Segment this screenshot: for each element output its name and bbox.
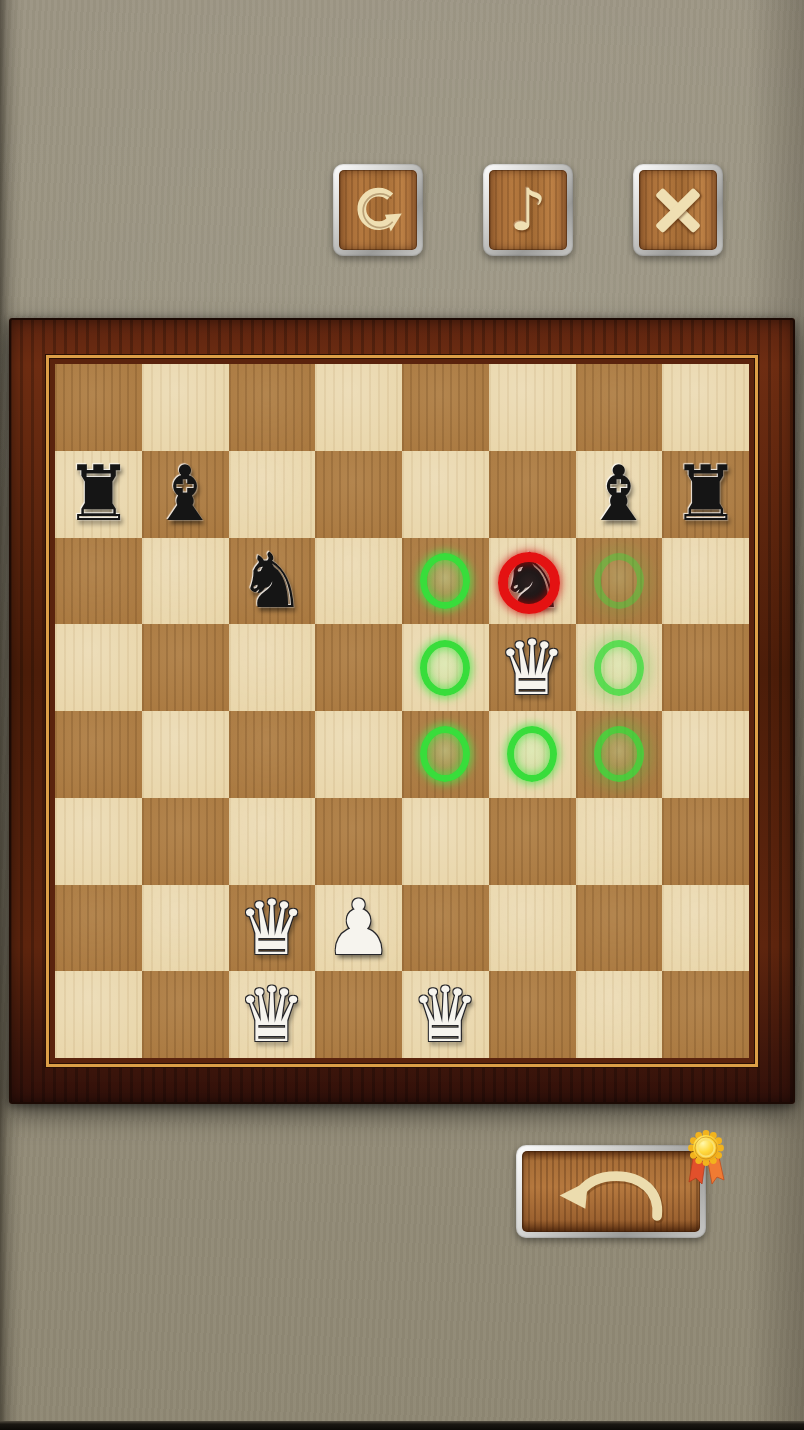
legal-move-ring[interactable] <box>594 640 644 696</box>
square-e1[interactable]: ♛ <box>402 971 489 1058</box>
square-b1[interactable] <box>142 971 229 1058</box>
square-e3[interactable] <box>402 798 489 885</box>
square-d1[interactable] <box>315 971 402 1058</box>
white-queen[interactable]: ♛ <box>489 624 576 711</box>
capture-target-ring[interactable] <box>498 552 560 614</box>
chess-board-trim: ♜♝♝♜♞♞♛♛♟♛♛ <box>46 355 758 1067</box>
square-g8[interactable] <box>576 364 663 451</box>
square-g4[interactable] <box>576 711 663 798</box>
app-screen: ♪ ♜♝♝♜♞♞♛♛♟♛♛ <box>0 0 804 1430</box>
restart-button-face <box>339 170 417 250</box>
square-c2[interactable]: ♛ <box>229 885 316 972</box>
white-pawn[interactable]: ♟ <box>315 885 402 972</box>
legal-move-ring[interactable] <box>507 726 557 782</box>
square-b6[interactable] <box>142 538 229 625</box>
square-h1[interactable] <box>662 971 749 1058</box>
square-h7[interactable]: ♜ <box>662 451 749 538</box>
square-a5[interactable] <box>55 624 142 711</box>
square-d5[interactable] <box>315 624 402 711</box>
square-a2[interactable] <box>55 885 142 972</box>
square-g3[interactable] <box>576 798 663 885</box>
legal-move-ring[interactable] <box>420 553 470 609</box>
white-queen[interactable]: ♛ <box>402 971 489 1058</box>
square-a8[interactable] <box>55 364 142 451</box>
square-b4[interactable] <box>142 711 229 798</box>
square-d2[interactable]: ♟ <box>315 885 402 972</box>
square-e5[interactable] <box>402 624 489 711</box>
square-h6[interactable] <box>662 538 749 625</box>
square-b5[interactable] <box>142 624 229 711</box>
square-a4[interactable] <box>55 711 142 798</box>
square-g7[interactable]: ♝ <box>576 451 663 538</box>
square-f5[interactable]: ♛ <box>489 624 576 711</box>
undo-button[interactable] <box>516 1145 706 1238</box>
black-rook[interactable]: ♜ <box>662 451 749 538</box>
square-b7[interactable]: ♝ <box>142 451 229 538</box>
square-g1[interactable] <box>576 971 663 1058</box>
square-b3[interactable] <box>142 798 229 885</box>
square-f1[interactable] <box>489 971 576 1058</box>
black-bishop[interactable]: ♝ <box>142 451 229 538</box>
square-f3[interactable] <box>489 798 576 885</box>
square-h2[interactable] <box>662 885 749 972</box>
square-g5[interactable] <box>576 624 663 711</box>
square-c8[interactable] <box>229 364 316 451</box>
toolbar: ♪ <box>333 164 723 256</box>
legal-move-ring[interactable] <box>420 726 470 782</box>
square-b8[interactable] <box>142 364 229 451</box>
square-a6[interactable] <box>55 538 142 625</box>
square-c7[interactable] <box>229 451 316 538</box>
square-a3[interactable] <box>55 798 142 885</box>
square-f7[interactable] <box>489 451 576 538</box>
square-c1[interactable]: ♛ <box>229 971 316 1058</box>
music-note-icon: ♪ <box>509 181 546 239</box>
square-h3[interactable] <box>662 798 749 885</box>
square-d7[interactable] <box>315 451 402 538</box>
black-bishop[interactable]: ♝ <box>576 451 663 538</box>
square-a1[interactable] <box>55 971 142 1058</box>
music-button-face: ♪ <box>489 170 567 250</box>
restart-button[interactable] <box>333 164 423 256</box>
square-h8[interactable] <box>662 364 749 451</box>
square-c5[interactable] <box>229 624 316 711</box>
legal-move-ring[interactable] <box>420 640 470 696</box>
close-button-face <box>639 170 717 250</box>
bottom-bar <box>0 1421 804 1430</box>
square-g2[interactable] <box>576 885 663 972</box>
white-queen[interactable]: ♛ <box>229 971 316 1058</box>
close-button[interactable] <box>633 164 723 256</box>
square-d8[interactable] <box>315 364 402 451</box>
black-knight[interactable]: ♞ <box>229 538 316 625</box>
square-e6[interactable] <box>402 538 489 625</box>
restart-circular-arrow-icon <box>349 181 407 239</box>
square-f4[interactable] <box>489 711 576 798</box>
square-e7[interactable] <box>402 451 489 538</box>
square-c3[interactable] <box>229 798 316 885</box>
square-d3[interactable] <box>315 798 402 885</box>
chess-board-frame: ♜♝♝♜♞♞♛♛♟♛♛ <box>9 318 795 1104</box>
square-g6[interactable] <box>576 538 663 625</box>
square-h5[interactable] <box>662 624 749 711</box>
square-e2[interactable] <box>402 885 489 972</box>
square-e8[interactable] <box>402 364 489 451</box>
square-f8[interactable] <box>489 364 576 451</box>
music-button[interactable]: ♪ <box>483 164 573 256</box>
square-c4[interactable] <box>229 711 316 798</box>
square-a7[interactable]: ♜ <box>55 451 142 538</box>
white-queen[interactable]: ♛ <box>229 885 316 972</box>
square-f2[interactable] <box>489 885 576 972</box>
undo-arrow-icon <box>536 1161 686 1223</box>
close-x-icon <box>650 182 706 238</box>
square-d6[interactable] <box>315 538 402 625</box>
square-e4[interactable] <box>402 711 489 798</box>
undo-button-face <box>522 1151 700 1232</box>
square-b2[interactable] <box>142 885 229 972</box>
square-f6[interactable]: ♞ <box>489 538 576 625</box>
square-c6[interactable]: ♞ <box>229 538 316 625</box>
chess-board[interactable]: ♜♝♝♜♞♞♛♛♟♛♛ <box>55 364 749 1058</box>
legal-move-ring[interactable] <box>594 726 644 782</box>
black-rook[interactable]: ♜ <box>55 451 142 538</box>
square-d4[interactable] <box>315 711 402 798</box>
square-h4[interactable] <box>662 711 749 798</box>
legal-move-ring[interactable] <box>594 553 644 609</box>
